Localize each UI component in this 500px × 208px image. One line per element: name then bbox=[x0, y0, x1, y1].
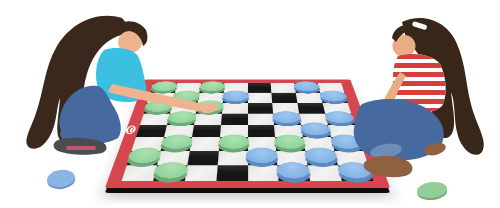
square-r5c7[interactable] bbox=[301, 125, 331, 137]
right-player-hair-clip bbox=[412, 21, 428, 30]
left-player-bangs bbox=[112, 21, 147, 46]
square-r6c8[interactable] bbox=[331, 137, 363, 150]
square-r3c7[interactable] bbox=[298, 103, 326, 114]
checker-blue[interactable] bbox=[293, 81, 321, 91]
square-r8c6[interactable] bbox=[278, 165, 311, 181]
checker-green[interactable] bbox=[152, 162, 188, 179]
checker-blue[interactable] bbox=[324, 111, 356, 123]
square-r6c4[interactable] bbox=[219, 137, 248, 150]
square-r6c3 bbox=[190, 137, 220, 150]
square-r8c8[interactable] bbox=[338, 165, 373, 181]
captured-checker-blue[interactable] bbox=[46, 168, 76, 189]
square-r2c6[interactable] bbox=[272, 93, 298, 103]
checker-blue[interactable] bbox=[246, 148, 278, 163]
brand-logo-right-icon bbox=[358, 125, 370, 134]
square-r5c3[interactable] bbox=[192, 125, 221, 137]
square-r1c6 bbox=[271, 83, 296, 92]
square-r6c6[interactable] bbox=[275, 137, 305, 150]
square-r4c8[interactable] bbox=[325, 113, 355, 125]
left-player-face bbox=[118, 31, 142, 53]
left-player-jeans bbox=[59, 86, 121, 144]
square-r5c5[interactable] bbox=[248, 125, 276, 137]
captured-checker-green[interactable] bbox=[416, 180, 448, 199]
square-r2c8[interactable] bbox=[320, 93, 348, 103]
square-r8c2[interactable] bbox=[153, 165, 187, 181]
square-r4c2[interactable] bbox=[167, 113, 196, 125]
checker-green[interactable] bbox=[274, 135, 306, 149]
checker-blue[interactable] bbox=[336, 162, 374, 179]
right-player-shirt bbox=[386, 50, 452, 120]
brand-logo-left-icon bbox=[125, 125, 137, 134]
square-r7c5[interactable] bbox=[248, 151, 278, 165]
square-r2c4[interactable] bbox=[222, 93, 247, 103]
square-r8c3 bbox=[185, 165, 218, 181]
checker-green[interactable] bbox=[195, 100, 224, 111]
square-r8c1 bbox=[122, 165, 157, 181]
square-r4c5 bbox=[248, 113, 275, 125]
board-grid bbox=[122, 83, 374, 181]
checker-blue[interactable] bbox=[276, 162, 311, 179]
square-r3c4 bbox=[222, 103, 248, 114]
right-player-hair bbox=[402, 18, 484, 155]
square-r1c3[interactable] bbox=[199, 83, 224, 92]
square-r8c4[interactable] bbox=[216, 165, 247, 181]
right-player-arm bbox=[376, 72, 406, 128]
square-r1c1[interactable] bbox=[151, 83, 178, 92]
brand-logo-mark bbox=[362, 128, 366, 132]
left-player-hair bbox=[26, 16, 136, 149]
left-player-shoe bbox=[54, 138, 107, 155]
checker-green[interactable] bbox=[172, 91, 201, 102]
square-r2c2[interactable] bbox=[172, 93, 199, 103]
square-r7c3[interactable] bbox=[187, 151, 218, 165]
checker-blue[interactable] bbox=[272, 111, 302, 123]
checker-blue[interactable] bbox=[329, 135, 364, 149]
square-r7c7[interactable] bbox=[305, 151, 338, 165]
square-r7c1[interactable] bbox=[127, 151, 161, 165]
square-r1c5[interactable] bbox=[248, 83, 272, 92]
square-r1c7[interactable] bbox=[294, 83, 320, 92]
checker-blue[interactable] bbox=[319, 91, 349, 102]
checker-blue[interactable] bbox=[222, 91, 249, 102]
photo-scene bbox=[0, 0, 500, 208]
square-r4c4[interactable] bbox=[221, 113, 248, 125]
checker-green[interactable] bbox=[166, 111, 197, 123]
right-player-shoe-2 bbox=[423, 140, 447, 157]
square-r4c3 bbox=[194, 113, 222, 125]
checker-green[interactable] bbox=[160, 135, 193, 149]
square-r7c4 bbox=[217, 151, 247, 165]
square-r2c5 bbox=[248, 93, 273, 103]
checker-green[interactable] bbox=[218, 135, 249, 149]
left-player-shoe-accent bbox=[66, 146, 96, 150]
square-r3c1[interactable] bbox=[144, 103, 173, 114]
square-r4c6[interactable] bbox=[273, 113, 301, 125]
square-r5c1[interactable] bbox=[136, 125, 167, 137]
square-r8c5 bbox=[248, 165, 279, 181]
right-player-hand bbox=[372, 122, 384, 131]
brand-logo-mark bbox=[129, 128, 133, 132]
square-r3c3[interactable] bbox=[196, 103, 223, 114]
right-player-face bbox=[393, 35, 416, 57]
square-r6c2[interactable] bbox=[161, 137, 192, 150]
square-r3c5[interactable] bbox=[248, 103, 274, 114]
checker-green[interactable] bbox=[198, 81, 225, 91]
checkers-board bbox=[105, 80, 390, 188]
square-r4c1 bbox=[140, 113, 170, 125]
right-player-bangs bbox=[392, 24, 424, 42]
